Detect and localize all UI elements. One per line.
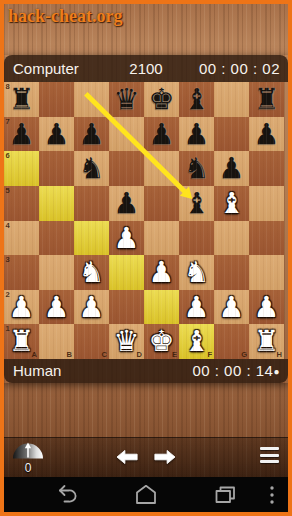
square-b3[interactable] <box>39 255 74 290</box>
evaluation-gauge[interactable]: 0 <box>10 441 46 475</box>
square-c8[interactable] <box>74 82 109 117</box>
square-h6[interactable] <box>249 151 284 186</box>
evaluation-gauge-icon <box>12 441 44 459</box>
nav-recents-button[interactable] <box>212 482 238 508</box>
human-name-label: Human <box>13 359 61 383</box>
square-c1[interactable]: C <box>74 324 109 359</box>
file-label: B <box>67 350 72 359</box>
computer-rating-label: 2100 <box>129 55 162 82</box>
square-e6[interactable] <box>144 151 179 186</box>
square-b4[interactable] <box>39 221 74 256</box>
square-a2[interactable]: 2♟ <box>4 290 39 325</box>
square-d6[interactable] <box>109 151 144 186</box>
square-h4[interactable] <box>249 221 284 256</box>
piece-white-pawn[interactable]: ♟ <box>214 290 249 325</box>
nav-back-button[interactable] <box>52 482 78 508</box>
piece-white-pawn[interactable]: ♟ <box>74 290 109 325</box>
piece-black-knight[interactable]: ♞ <box>179 151 214 186</box>
square-e1[interactable]: E♚ <box>144 324 179 359</box>
square-b1[interactable]: B <box>39 324 74 359</box>
file-label: G <box>241 350 247 359</box>
square-d3[interactable] <box>109 255 144 290</box>
piece-white-pawn[interactable]: ♟ <box>39 290 74 325</box>
square-g6[interactable]: ♟ <box>214 151 249 186</box>
square-c5[interactable] <box>74 186 109 221</box>
menu-icon <box>260 447 279 450</box>
square-f1[interactable]: F♝ <box>179 324 214 359</box>
prev-move-button[interactable] <box>117 449 138 465</box>
square-h1[interactable]: H♜ <box>249 324 284 359</box>
piece-black-pawn[interactable]: ♟ <box>249 117 284 152</box>
square-c2[interactable]: ♟ <box>74 290 109 325</box>
piece-white-knight[interactable]: ♞ <box>74 255 109 290</box>
square-b7[interactable]: ♟ <box>39 117 74 152</box>
piece-white-queen[interactable]: ♛ <box>109 324 144 359</box>
computer-clock: 00 : 00 : 02 <box>199 55 280 82</box>
turn-indicator-dot: ● <box>273 366 280 377</box>
square-e4[interactable] <box>144 221 179 256</box>
square-f6[interactable]: ♞ <box>179 151 214 186</box>
square-a6[interactable]: 6 <box>4 151 39 186</box>
square-b2[interactable]: ♟ <box>39 290 74 325</box>
square-h8[interactable]: ♜ <box>249 82 284 117</box>
evaluation-value: 0 <box>10 462 46 475</box>
human-info-bar: Human 00 : 00 : 14● <box>4 359 288 383</box>
square-f2[interactable]: ♟ <box>179 290 214 325</box>
piece-black-queen[interactable]: ♛ <box>109 82 144 117</box>
menu-button[interactable] <box>260 447 279 463</box>
toolbar: 0 <box>4 437 288 477</box>
piece-black-pawn[interactable]: ♟ <box>109 186 144 221</box>
game-panel: Computer 2100 00 : 00 : 02 8♜♛♚♝♜7♟♟♟♟♟♟… <box>4 55 288 383</box>
square-f8[interactable]: ♝ <box>179 82 214 117</box>
rank-label: 6 <box>6 151 10 160</box>
rank-label: 4 <box>6 221 10 230</box>
square-h5[interactable] <box>249 186 284 221</box>
square-g2[interactable]: ♟ <box>214 290 249 325</box>
square-b6[interactable] <box>39 151 74 186</box>
square-d7[interactable] <box>109 117 144 152</box>
file-label: C <box>102 350 107 359</box>
square-a4[interactable]: 4 <box>4 221 39 256</box>
square-f3[interactable]: ♞ <box>179 255 214 290</box>
square-h3[interactable] <box>249 255 284 290</box>
square-d8[interactable]: ♛ <box>109 82 144 117</box>
move-navigation <box>117 449 175 465</box>
square-g3[interactable] <box>214 255 249 290</box>
piece-black-knight[interactable]: ♞ <box>74 151 109 186</box>
piece-black-bishop[interactable]: ♝ <box>179 186 214 221</box>
nav-overflow-button[interactable] <box>268 482 276 508</box>
square-a3[interactable]: 3 <box>4 255 39 290</box>
piece-black-pawn[interactable]: ♟ <box>4 117 39 152</box>
square-h7[interactable]: ♟ <box>249 117 284 152</box>
square-e3[interactable]: ♟ <box>144 255 179 290</box>
square-f5[interactable]: ♝ <box>179 186 214 221</box>
square-c3[interactable]: ♞ <box>74 255 109 290</box>
square-g7[interactable] <box>214 117 249 152</box>
computer-name-label: Computer <box>13 55 79 82</box>
square-e8[interactable]: ♚ <box>144 82 179 117</box>
piece-black-pawn[interactable]: ♟ <box>214 151 249 186</box>
square-f4[interactable] <box>179 221 214 256</box>
piece-black-bishop[interactable]: ♝ <box>179 82 214 117</box>
square-e2[interactable] <box>144 290 179 325</box>
piece-white-bishop[interactable]: ♝ <box>214 186 249 221</box>
piece-white-rook[interactable]: ♜ <box>249 324 284 359</box>
piece-black-rook[interactable]: ♜ <box>249 82 284 117</box>
watermark-text: hack-cheat.org <box>8 6 122 27</box>
piece-white-rook[interactable]: ♜ <box>4 324 39 359</box>
piece-black-rook[interactable]: ♜ <box>4 82 39 117</box>
piece-white-pawn[interactable]: ♟ <box>4 290 39 325</box>
square-g8[interactable] <box>214 82 249 117</box>
square-c7[interactable]: ♟ <box>74 117 109 152</box>
square-a8[interactable]: 8♜ <box>4 82 39 117</box>
rank-label: 5 <box>6 186 10 195</box>
square-e5[interactable] <box>144 186 179 221</box>
piece-white-pawn[interactable]: ♟ <box>144 255 179 290</box>
human-clock: 00 : 00 : 14● <box>192 359 280 384</box>
nav-home-button[interactable] <box>133 482 159 508</box>
next-move-button[interactable] <box>154 449 175 465</box>
computer-info-bar: Computer 2100 00 : 00 : 02 <box>4 55 288 82</box>
piece-white-pawn[interactable]: ♟ <box>249 290 284 325</box>
square-d5[interactable]: ♟ <box>109 186 144 221</box>
square-g5[interactable]: ♝ <box>214 186 249 221</box>
square-c4[interactable] <box>74 221 109 256</box>
square-g1[interactable]: G <box>214 324 249 359</box>
square-b8[interactable] <box>39 82 74 117</box>
piece-white-pawn[interactable]: ♟ <box>109 221 144 256</box>
piece-black-pawn[interactable]: ♟ <box>179 117 214 152</box>
piece-white-pawn[interactable]: ♟ <box>179 290 214 325</box>
piece-black-king[interactable]: ♚ <box>144 82 179 117</box>
piece-black-pawn[interactable]: ♟ <box>144 117 179 152</box>
square-h2[interactable]: ♟ <box>249 290 284 325</box>
piece-black-pawn[interactable]: ♟ <box>39 117 74 152</box>
square-e7[interactable]: ♟ <box>144 117 179 152</box>
piece-white-bishop[interactable]: ♝ <box>179 324 214 359</box>
app-window: hack-cheat.org Computer 2100 00 : 00 : 0… <box>0 0 292 516</box>
rank-label: 3 <box>6 255 10 264</box>
square-c6[interactable]: ♞ <box>74 151 109 186</box>
piece-black-pawn[interactable]: ♟ <box>74 117 109 152</box>
android-navbar <box>4 477 288 512</box>
piece-white-knight[interactable]: ♞ <box>179 255 214 290</box>
square-a5[interactable]: 5 <box>4 186 39 221</box>
square-a7[interactable]: 7♟ <box>4 117 39 152</box>
square-b5[interactable] <box>39 186 74 221</box>
square-d4[interactable]: ♟ <box>109 221 144 256</box>
square-a1[interactable]: 1A♜ <box>4 324 39 359</box>
piece-white-king[interactable]: ♚ <box>144 324 179 359</box>
square-f7[interactable]: ♟ <box>179 117 214 152</box>
board[interactable]: 8♜♛♚♝♜7♟♟♟♟♟♟6♞♞♟5♟♝♝4♟3♞♟♞2♟♟♟♟♟♟1A♜BCD… <box>4 82 284 359</box>
square-d2[interactable] <box>109 290 144 325</box>
square-d1[interactable]: D♛ <box>109 324 144 359</box>
square-g4[interactable] <box>214 221 249 256</box>
